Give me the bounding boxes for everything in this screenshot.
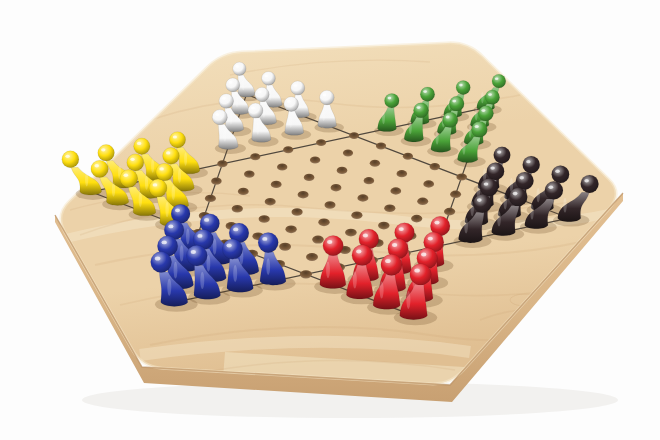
peg-head [120, 170, 138, 188]
hole [283, 146, 293, 153]
peg-highlight [548, 186, 553, 189]
peg-sheen [289, 116, 292, 128]
peg-highlight [204, 218, 209, 222]
peg-head [473, 194, 492, 213]
peg-sheen [145, 176, 148, 190]
peg-highlight [399, 227, 404, 231]
peg-highlight [264, 75, 268, 78]
peg-sheen [230, 112, 233, 124]
peg-head [255, 87, 269, 101]
peg-sheen [462, 142, 465, 155]
peg-sheen [481, 92, 484, 103]
peg-head [134, 138, 150, 154]
peg-head [212, 110, 227, 125]
peg-head [258, 233, 278, 253]
peg-head [545, 181, 563, 199]
hole [337, 167, 348, 174]
peg-head [169, 132, 185, 148]
peg-sheen [353, 271, 357, 288]
hole [384, 205, 395, 213]
peg-head [222, 239, 242, 259]
peg-head [552, 166, 570, 184]
peg-highlight [490, 166, 495, 169]
hole [285, 225, 296, 233]
peg-highlight [356, 250, 361, 254]
peg-sheen [382, 112, 385, 124]
peg-sheen [236, 96, 239, 108]
peg-sheen [504, 195, 507, 210]
peg-head [186, 245, 207, 266]
peg-highlight [226, 243, 231, 247]
peg-sheen [186, 229, 190, 245]
peg-sheen [85, 173, 88, 187]
peg-highlight [513, 192, 518, 196]
hole [277, 163, 287, 170]
peg-head [127, 154, 144, 171]
peg-highlight [452, 100, 456, 103]
peg-highlight [287, 100, 291, 103]
peg-head [163, 148, 180, 165]
peg-highlight [421, 253, 426, 257]
peg-head [219, 94, 234, 109]
peg-sheen [409, 122, 412, 134]
peg-sheen [256, 122, 259, 134]
peg-highlight [495, 77, 499, 80]
hole [390, 187, 401, 194]
peg-highlight [173, 135, 177, 138]
hole [397, 170, 408, 177]
peg-head [478, 106, 493, 121]
peg-highlight [392, 243, 397, 247]
peg-highlight [481, 109, 485, 112]
hole [349, 132, 359, 139]
peg-highlight [130, 158, 134, 161]
hole [279, 243, 291, 251]
peg-highlight [168, 225, 173, 229]
peg-sheen [563, 198, 566, 213]
peg-head [233, 62, 246, 75]
peg-head [492, 74, 506, 88]
hole [456, 173, 467, 180]
peg-highlight [258, 91, 262, 94]
peg-highlight [423, 90, 427, 93]
hole [316, 139, 326, 146]
peg-highlight [555, 170, 560, 173]
peg-sheen [112, 182, 115, 196]
peg-sheen [497, 211, 501, 226]
peg-head [248, 103, 263, 118]
peg-head [226, 78, 240, 92]
peg-highlight [162, 241, 167, 245]
peg-highlight [428, 237, 433, 241]
scene [0, 0, 660, 440]
hole [265, 198, 276, 205]
hole [205, 195, 216, 202]
peg-sheen [178, 169, 181, 183]
peg-sheen [530, 205, 533, 220]
peg-highlight [385, 259, 391, 263]
peg-highlight [459, 84, 463, 87]
peg-highlight [159, 167, 164, 170]
hole [444, 208, 455, 216]
peg-sheen [167, 278, 171, 295]
peg-highlight [101, 148, 105, 151]
peg-head [414, 103, 429, 118]
peg-head [320, 90, 335, 105]
peg-head [449, 96, 464, 111]
peg-highlight [363, 234, 368, 238]
peg-sheen [475, 109, 478, 121]
peg-head [151, 252, 172, 273]
peg-head [62, 151, 79, 168]
peg-head [485, 90, 499, 104]
peg-highlight [484, 182, 489, 185]
peg-sheen [174, 262, 178, 279]
peg-head [98, 145, 115, 162]
peg-highlight [323, 94, 327, 97]
hole [250, 153, 260, 160]
peg-sheen [180, 245, 184, 261]
hole [238, 188, 249, 195]
peg-highlight [388, 97, 392, 100]
peg-sheen [242, 79, 245, 90]
hole [211, 178, 222, 185]
peg-head [291, 81, 305, 95]
peg-highlight [191, 250, 196, 254]
peg-head [581, 175, 599, 193]
peg-sheen [469, 125, 472, 138]
hole [304, 174, 315, 181]
peg-head [381, 254, 402, 275]
peg-highlight [434, 221, 439, 225]
peg-highlight [475, 125, 479, 128]
peg-highlight [233, 228, 238, 232]
peg-sheen [464, 218, 468, 233]
peg-sheen [266, 258, 270, 275]
peg-highlight [166, 151, 170, 154]
hole [376, 143, 386, 150]
peg-highlight [526, 160, 530, 163]
peg-highlight [175, 209, 180, 213]
peg-sheen [326, 262, 330, 279]
peg-highlight [477, 198, 482, 202]
hole [232, 205, 243, 213]
chinese-checkers-board-photo [0, 0, 660, 440]
hole [298, 191, 309, 198]
peg-highlight [235, 65, 239, 68]
peg-head [156, 163, 173, 180]
peg-sheen [380, 281, 384, 298]
peg-head [410, 264, 431, 285]
hole [403, 153, 413, 160]
hole [364, 177, 375, 184]
peg-sheen [200, 272, 204, 289]
hole [310, 157, 320, 164]
hole [345, 229, 357, 237]
peg-highlight [215, 113, 219, 116]
hole [343, 150, 353, 157]
hole [300, 270, 312, 278]
peg-sheen [139, 192, 142, 207]
peg-head [262, 72, 276, 86]
peg-highlight [497, 151, 501, 154]
peg-highlight [294, 84, 298, 87]
hole [331, 184, 342, 191]
hole [370, 160, 380, 167]
peg-highlight [65, 155, 69, 158]
hole [259, 215, 270, 223]
peg-head [323, 235, 343, 255]
hole [378, 222, 389, 230]
hole [318, 218, 329, 226]
peg-head [456, 81, 470, 95]
peg-highlight [519, 176, 524, 179]
peg-head [494, 147, 511, 164]
hole [430, 163, 440, 170]
peg-highlight [446, 116, 450, 119]
peg-head [420, 87, 434, 101]
peg-sheen [184, 152, 187, 165]
hole [351, 212, 362, 220]
peg-highlight [155, 256, 161, 260]
peg-highlight [262, 237, 267, 241]
hole [450, 191, 461, 198]
peg-sheen [537, 188, 540, 203]
peg-highlight [137, 142, 141, 145]
hole [411, 215, 422, 223]
peg-highlight [124, 174, 129, 177]
peg-head [91, 160, 108, 177]
peg-highlight [197, 234, 202, 238]
peg-highlight [327, 240, 332, 244]
peg-sheen [151, 159, 154, 173]
peg-highlight [584, 179, 589, 182]
peg-highlight [488, 93, 492, 96]
hole [271, 181, 282, 188]
peg-highlight [417, 106, 421, 109]
peg-sheen [322, 109, 325, 121]
hole [312, 236, 324, 244]
peg-highlight [153, 183, 158, 186]
peg-sheen [223, 129, 226, 142]
peg-head [509, 188, 527, 206]
peg-highlight [414, 269, 420, 273]
hole [357, 194, 368, 201]
peg-head [516, 172, 534, 190]
peg-head [472, 121, 488, 137]
hole [423, 180, 434, 187]
peg-head [443, 112, 458, 127]
peg-head [487, 163, 504, 180]
peg-head [385, 93, 400, 108]
peg-head [149, 179, 167, 197]
peg-highlight [94, 164, 99, 167]
peg-highlight [251, 107, 255, 110]
hole [417, 198, 428, 205]
peg-sheen [406, 291, 410, 309]
hole [292, 208, 303, 216]
peg-highlight [222, 97, 226, 100]
peg-highlight [229, 81, 233, 84]
hole [217, 160, 227, 167]
peg-head [523, 156, 540, 173]
hole [325, 201, 336, 209]
peg-head [284, 97, 299, 112]
peg-head [352, 245, 373, 266]
peg-sheen [172, 186, 175, 200]
peg-sheen [436, 132, 439, 145]
peg-sheen [233, 265, 237, 282]
peg-head [480, 178, 498, 196]
hole [244, 171, 255, 178]
hole [306, 253, 318, 261]
peg-sheen [165, 202, 168, 217]
